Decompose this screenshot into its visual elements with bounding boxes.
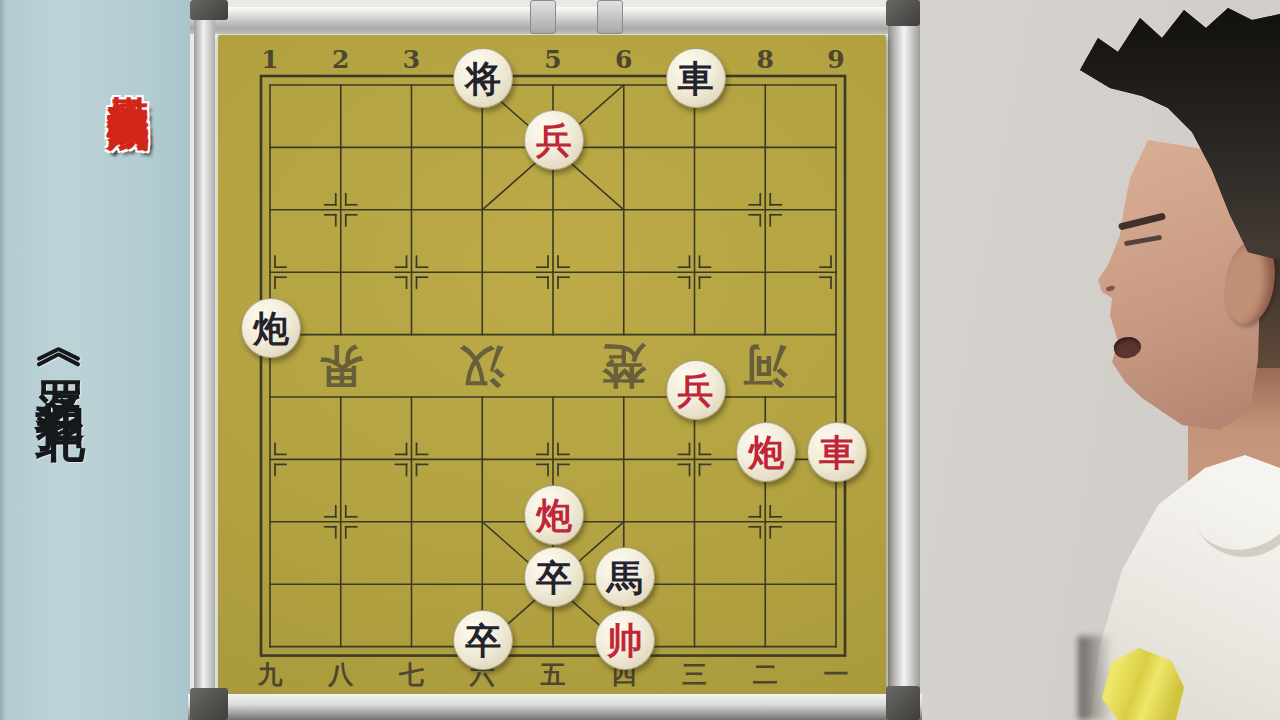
frame-corner-cap: [190, 688, 228, 720]
piece-red-soldier-2[interactable]: 兵: [666, 360, 726, 420]
piece-glyph: 将: [465, 49, 501, 107]
file-label-bottom-5: 五: [537, 660, 569, 690]
file-label-bottom-8: 二: [749, 660, 781, 690]
piece-black-soldier-2[interactable]: 卒: [453, 610, 513, 670]
file-label-bottom-2: 八: [325, 660, 357, 690]
video-frame: 棋疯子象棋江湖残局 《罗通扫北》 123456789 九八七六五四三二一 界汉楚…: [0, 0, 1280, 720]
piece-glyph: 帅: [607, 611, 643, 669]
river-glyph: 楚: [601, 336, 646, 396]
piece-glyph: 炮: [748, 423, 784, 481]
piece-black-cannon[interactable]: 炮: [241, 298, 301, 358]
file-label-bottom-3: 七: [396, 660, 428, 690]
river-glyph: 汉: [460, 336, 505, 396]
whiteboard-frame-right: [888, 0, 920, 720]
frame-corner-cap: [886, 686, 920, 720]
frame-corner-cap: [886, 0, 920, 26]
channel-title: 棋疯子象棋江湖残局: [100, 62, 156, 80]
piece-glyph: 車: [819, 423, 855, 481]
piece-black-horse[interactable]: 馬: [595, 547, 655, 607]
piece-glyph: 炮: [536, 486, 572, 544]
piece-glyph: 兵: [536, 111, 572, 169]
river-glyph: 界: [318, 336, 363, 396]
whiteboard-tray: [188, 694, 922, 720]
file-label-top-1: 1: [254, 45, 286, 75]
presenter-shadow: [1078, 636, 1112, 720]
whiteboard-frame-left: [194, 0, 215, 720]
file-label-bottom-9: 一: [820, 660, 852, 690]
river-glyph: 河: [743, 336, 788, 396]
board-clip: [597, 0, 623, 34]
frame-corner-cap: [190, 0, 228, 20]
file-label-top-3: 3: [396, 45, 428, 75]
piece-black-soldier-1[interactable]: 卒: [524, 547, 584, 607]
piece-red-cannon-2[interactable]: 炮: [524, 485, 584, 545]
piece-black-general[interactable]: 将: [453, 48, 513, 108]
file-label-bottom-1: 九: [254, 660, 286, 690]
file-label-top-5: 5: [537, 45, 569, 75]
piece-glyph: 卒: [465, 611, 501, 669]
piece-red-general[interactable]: 帅: [595, 610, 655, 670]
presenter: [1040, 0, 1280, 720]
file-label-top-8: 8: [749, 45, 781, 75]
piece-black-chariot[interactable]: 車: [666, 48, 726, 108]
piece-glyph: 兵: [678, 361, 714, 419]
file-label-bottom-7: 三: [679, 660, 711, 690]
board-sheet: 123456789 九八七六五四三二一 界汉楚河 将車兵炮兵炮車炮卒馬卒帅: [218, 35, 886, 699]
file-label-top-9: 9: [820, 45, 852, 75]
left-banner-panel: 棋疯子象棋江湖残局 《罗通扫北》: [0, 0, 190, 720]
board-clip: [530, 0, 556, 34]
piece-glyph: 馬: [607, 548, 643, 606]
piece-red-soldier-1[interactable]: 兵: [524, 110, 584, 170]
piece-glyph: 炮: [253, 299, 289, 357]
episode-title: 《罗通扫北》: [28, 332, 95, 392]
piece-glyph: 卒: [536, 548, 572, 606]
file-label-top-6: 6: [608, 45, 640, 75]
piece-red-chariot[interactable]: 車: [807, 422, 867, 482]
whiteboard: 123456789 九八七六五四三二一 界汉楚河 将車兵炮兵炮車炮卒馬卒帅: [190, 0, 920, 720]
piece-glyph: 車: [678, 49, 714, 107]
file-label-top-2: 2: [325, 45, 357, 75]
